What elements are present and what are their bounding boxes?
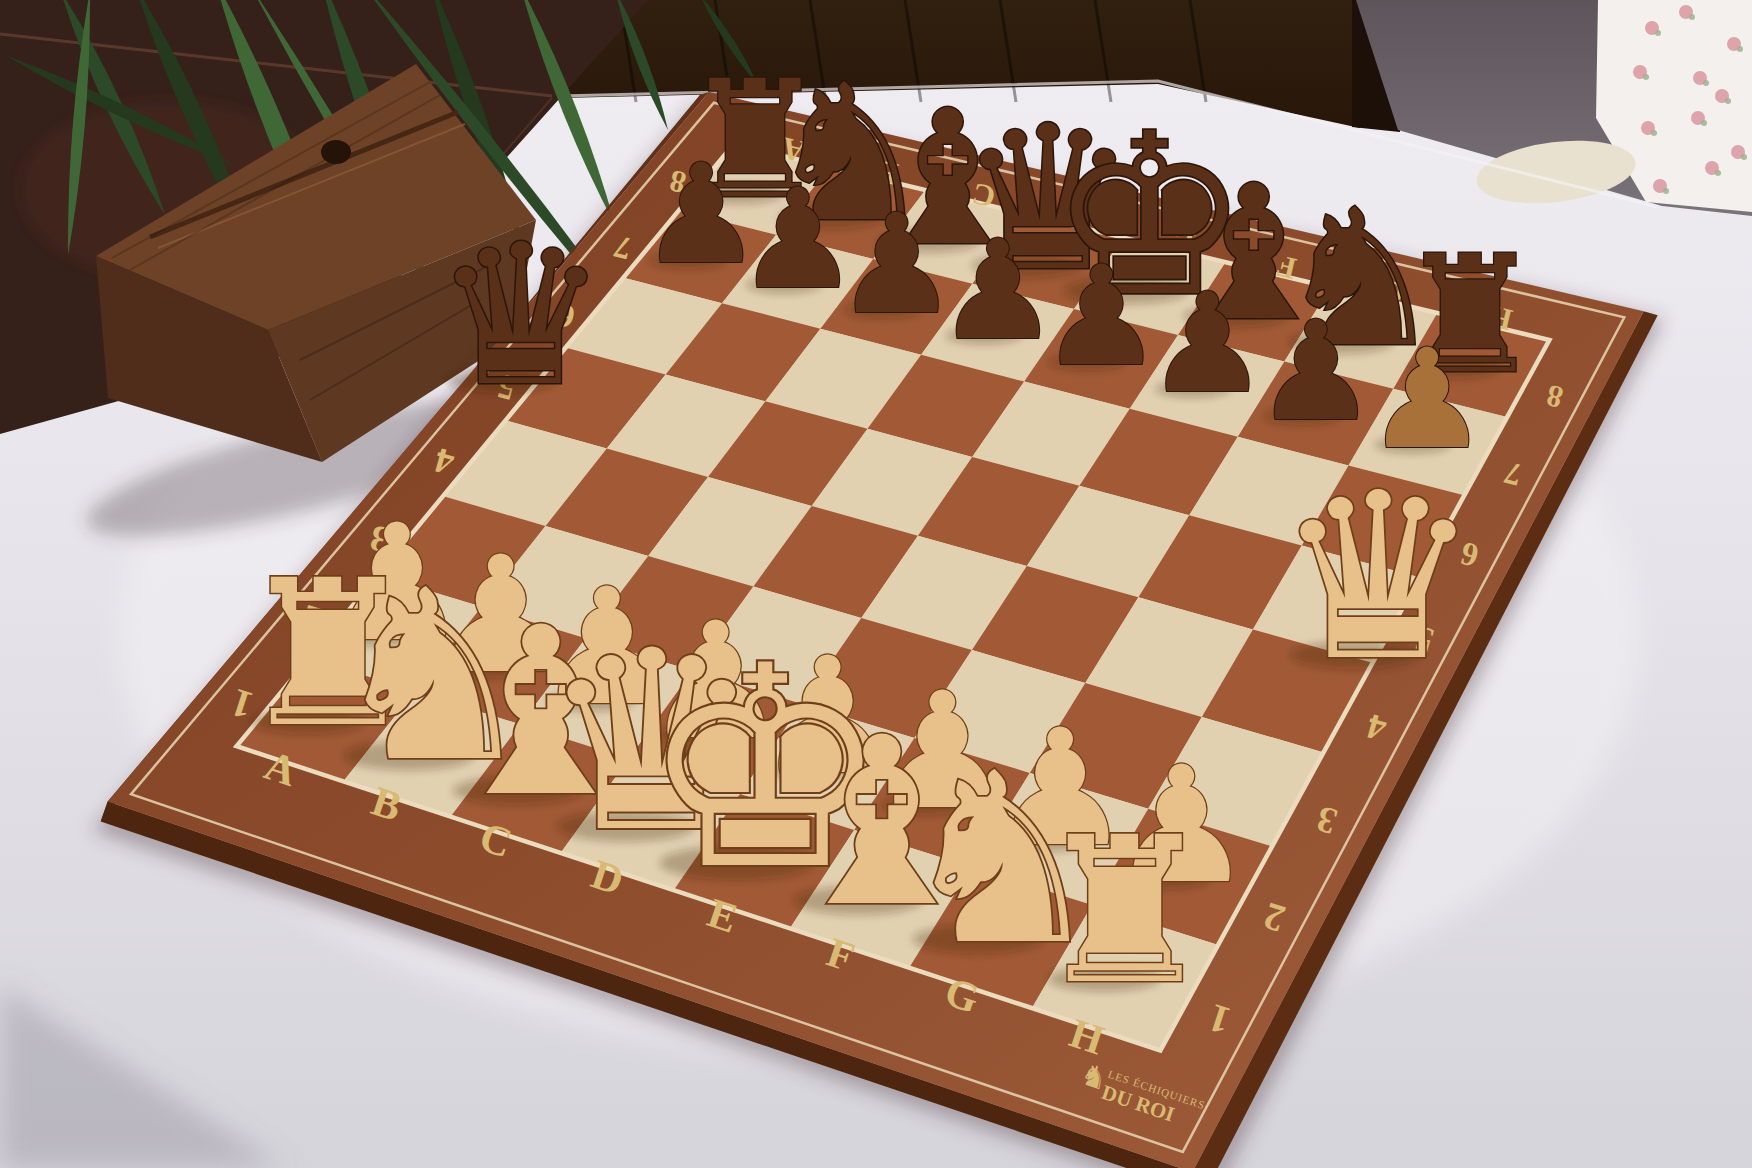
spare-black-queen: ♛ <box>434 202 608 429</box>
scene-canvas: ABCDEFGHABCDEFGH8765432187654321♞LES ÉCH… <box>0 0 1752 1168</box>
piece-white-rook-h1: ♜ <box>1034 793 1215 1029</box>
floral-leaf <box>1643 74 1649 80</box>
floral-leaf <box>1651 130 1657 136</box>
floral-leaf <box>1715 170 1721 176</box>
piece-black-pawn-e7: ♟ <box>1040 236 1163 396</box>
floral-leaf <box>1663 188 1669 194</box>
floral-leaf <box>1689 14 1695 20</box>
floral-leaf <box>1737 46 1743 52</box>
floral-leaf <box>1741 154 1747 160</box>
piece-black-pawn-g7: ♟ <box>1254 291 1377 451</box>
floral-leaf <box>1725 98 1731 104</box>
chess-photo-scene: ABCDEFGHABCDEFGH8765432187654321♞LES ÉCH… <box>0 0 1752 1168</box>
piece-black-pawn-f7: ♟ <box>1146 263 1269 423</box>
floral-leaf <box>1655 30 1661 36</box>
spare-white-queen: ♛ <box>1275 443 1481 711</box>
floral-leaf <box>1701 120 1707 126</box>
box-finger-hole <box>321 140 351 164</box>
floral-leaf <box>1703 80 1709 86</box>
